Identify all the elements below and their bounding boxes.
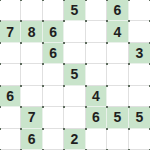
cell-r5c5[interactable]: 4 xyxy=(86,86,107,107)
cell-r7c7[interactable] xyxy=(129,129,150,150)
cell-r3c6[interactable] xyxy=(107,43,128,64)
cell-r7c3[interactable] xyxy=(43,129,64,150)
cell-r4c1[interactable] xyxy=(0,64,21,85)
cell-r2c1[interactable]: 7 xyxy=(0,21,21,42)
cell-r5c4[interactable] xyxy=(64,86,85,107)
cell-r6c6[interactable]: 5 xyxy=(107,107,128,128)
cell-r3c5[interactable] xyxy=(86,43,107,64)
cell-r5c1[interactable]: 6 xyxy=(0,86,21,107)
cell-r7c1[interactable] xyxy=(0,129,21,150)
cell-r5c2[interactable] xyxy=(21,86,42,107)
cell-r4c6[interactable] xyxy=(107,64,128,85)
cell-r1c5[interactable] xyxy=(86,0,107,21)
cell-r4c7[interactable] xyxy=(129,64,150,85)
cell-r2c5[interactable] xyxy=(86,21,107,42)
cell-r4c3[interactable] xyxy=(43,64,64,85)
cell-r1c6[interactable]: 6 xyxy=(107,0,128,21)
cell-r3c7[interactable]: 3 xyxy=(129,43,150,64)
cell-r3c1[interactable] xyxy=(0,43,21,64)
cell-r2c3[interactable]: 6 xyxy=(43,21,64,42)
cell-r6c3[interactable] xyxy=(43,107,64,128)
cell-r6c2[interactable]: 7 xyxy=(21,107,42,128)
cell-r2c7[interactable] xyxy=(129,21,150,42)
cell-r4c2[interactable] xyxy=(21,64,42,85)
cell-r2c6[interactable]: 4 xyxy=(107,21,128,42)
cell-r1c1[interactable] xyxy=(0,0,21,21)
cell-r3c2[interactable] xyxy=(21,43,42,64)
cell-r2c4[interactable] xyxy=(64,21,85,42)
cell-r1c7[interactable] xyxy=(129,0,150,21)
cell-r6c5[interactable]: 6 xyxy=(86,107,107,128)
cell-r6c7[interactable]: 5 xyxy=(129,107,150,128)
cell-r6c4[interactable] xyxy=(64,107,85,128)
cell-r5c6[interactable] xyxy=(107,86,128,107)
puzzle-board: 56786463564765562 xyxy=(0,0,150,150)
cell-r7c5[interactable] xyxy=(86,129,107,150)
cell-r4c5[interactable] xyxy=(86,64,107,85)
cell-r1c3[interactable] xyxy=(43,0,64,21)
cell-r2c2[interactable]: 8 xyxy=(21,21,42,42)
cell-r7c4[interactable]: 2 xyxy=(64,129,85,150)
cell-r5c7[interactable] xyxy=(129,86,150,107)
cell-r3c3[interactable]: 6 xyxy=(43,43,64,64)
cell-r4c4[interactable]: 5 xyxy=(64,64,85,85)
cell-r3c4[interactable] xyxy=(64,43,85,64)
cell-r1c4[interactable]: 5 xyxy=(64,0,85,21)
cell-r5c3[interactable] xyxy=(43,86,64,107)
cell-r7c2[interactable]: 6 xyxy=(21,129,42,150)
cell-r1c2[interactable] xyxy=(21,0,42,21)
cell-r7c6[interactable] xyxy=(107,129,128,150)
cell-r6c1[interactable] xyxy=(0,107,21,128)
